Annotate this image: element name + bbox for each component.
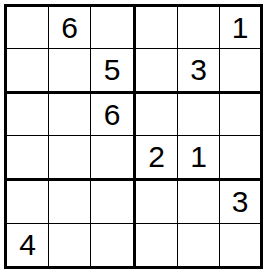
cell-r5c6[interactable]: 3 <box>220 181 260 224</box>
cell-r6c3[interactable] <box>91 224 136 266</box>
cell-r2c4[interactable] <box>136 49 178 94</box>
sudoku-board: 615362134 <box>4 4 263 269</box>
cell-r5c5[interactable] <box>178 181 220 224</box>
cell-r1c4[interactable] <box>136 7 178 49</box>
cell-r6c4[interactable] <box>136 224 178 266</box>
cell-r2c1[interactable] <box>7 49 49 94</box>
cell-r3c5[interactable] <box>178 94 220 136</box>
cell-r5c1[interactable] <box>7 181 49 224</box>
cell-r4c6[interactable] <box>220 136 260 181</box>
cell-r4c4[interactable]: 2 <box>136 136 178 181</box>
cell-r6c2[interactable] <box>49 224 91 266</box>
cell-r3c1[interactable] <box>7 94 49 136</box>
cell-r6c1[interactable]: 4 <box>7 224 49 266</box>
cell-r1c6[interactable]: 1 <box>220 7 260 49</box>
cell-r1c3[interactable] <box>91 7 136 49</box>
cell-r4c1[interactable] <box>7 136 49 181</box>
cell-r4c3[interactable] <box>91 136 136 181</box>
cell-r2c5[interactable]: 3 <box>178 49 220 94</box>
cell-r5c2[interactable] <box>49 181 91 224</box>
cell-r3c4[interactable] <box>136 94 178 136</box>
cell-r4c5[interactable]: 1 <box>178 136 220 181</box>
cell-r2c6[interactable] <box>220 49 260 94</box>
cell-r5c3[interactable] <box>91 181 136 224</box>
cell-r5c4[interactable] <box>136 181 178 224</box>
cell-r6c6[interactable] <box>220 224 260 266</box>
cell-r1c5[interactable] <box>178 7 220 49</box>
cell-r1c1[interactable] <box>7 7 49 49</box>
cell-r3c2[interactable] <box>49 94 91 136</box>
cell-r1c2[interactable]: 6 <box>49 7 91 49</box>
cell-r2c2[interactable] <box>49 49 91 94</box>
cell-r2c3[interactable]: 5 <box>91 49 136 94</box>
cell-r4c2[interactable] <box>49 136 91 181</box>
cell-r3c6[interactable] <box>220 94 260 136</box>
cell-r6c5[interactable] <box>178 224 220 266</box>
cell-r3c3[interactable]: 6 <box>91 94 136 136</box>
